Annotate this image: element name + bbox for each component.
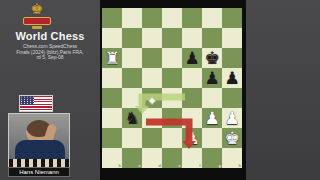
file-label-b: b xyxy=(119,164,121,168)
square-c7 xyxy=(122,28,142,48)
square-h1: h xyxy=(222,148,242,168)
square-b3 xyxy=(102,108,122,128)
square-d8 xyxy=(142,8,162,28)
black-pawn-f6: ♟ xyxy=(182,48,202,68)
black-pawn-h5: ♟ xyxy=(222,68,242,88)
square-c1: c xyxy=(122,148,142,168)
square-b2 xyxy=(102,128,122,148)
square-b4 xyxy=(102,88,122,108)
square-g1: g xyxy=(202,148,222,168)
white-player-name: Hans Niemann xyxy=(8,167,70,177)
white-pawn-g3: ♟ xyxy=(202,108,222,128)
square-e6 xyxy=(162,48,182,68)
square-h5: ♟ xyxy=(222,68,242,88)
file-label-f: f xyxy=(200,164,201,168)
square-c4 xyxy=(122,88,142,108)
square-g7 xyxy=(202,28,222,48)
chess-board: ♜♟♚♟♟♞♟♟♟♚bcdefgh xyxy=(102,8,242,168)
square-f4 xyxy=(182,88,202,108)
square-d3 xyxy=(142,108,162,128)
thumbnail: ♚ World Chess Chess.com SpeedChess Final… xyxy=(0,0,320,180)
file-label-d: d xyxy=(159,164,161,168)
square-g8 xyxy=(202,8,222,28)
square-d6 xyxy=(142,48,162,68)
square-g2 xyxy=(202,128,222,148)
hans-niemann-photo xyxy=(8,113,70,168)
square-b5 xyxy=(102,68,122,88)
square-d5 xyxy=(142,68,162,88)
square-e3 xyxy=(162,108,182,128)
square-e8 xyxy=(162,8,182,28)
square-e1: e xyxy=(162,148,182,168)
square-d2 xyxy=(142,128,162,148)
square-f2: ♟ xyxy=(182,128,202,148)
square-h6 xyxy=(222,48,242,68)
square-c2 xyxy=(122,128,142,148)
square-h7 xyxy=(222,28,242,48)
square-g6: ♚ xyxy=(202,48,222,68)
board-area: ♜♟♚♟♟♞♟♟♟♚bcdefgh ✦ xyxy=(100,0,246,180)
file-label-g: g xyxy=(219,164,221,168)
capture-sparkle-icon: ✦ xyxy=(145,95,159,109)
logo-base xyxy=(32,26,42,29)
square-f6: ♟ xyxy=(182,48,202,68)
black-knight-c3: ♞ xyxy=(122,108,142,128)
hans-chessboard-table xyxy=(9,159,69,167)
square-c8 xyxy=(122,8,142,28)
square-d1: d xyxy=(142,148,162,168)
us-flag-canton xyxy=(20,96,34,105)
square-c5 xyxy=(122,68,142,88)
black-king-g6: ♚ xyxy=(202,48,222,68)
square-f3 xyxy=(182,108,202,128)
square-e5 xyxy=(162,68,182,88)
file-label-c: c xyxy=(139,164,141,168)
square-c6 xyxy=(122,48,142,68)
square-b1: b xyxy=(102,148,122,168)
white-pawn-h3: ♟ xyxy=(222,108,242,128)
event-info: Chess.com SpeedChess Finals (2024) (blit… xyxy=(9,44,91,60)
right-panel: Magnus Carlsen Enjoyed the video? Like a… xyxy=(246,0,320,180)
square-h3: ♟ xyxy=(222,108,242,128)
square-f1: f xyxy=(182,148,202,168)
channel-title: World Chess xyxy=(0,30,100,42)
square-h4 xyxy=(222,88,242,108)
square-f5 xyxy=(182,68,202,88)
file-label-e: e xyxy=(179,164,181,168)
square-d7 xyxy=(142,28,162,48)
left-panel: ♚ World Chess Chess.com SpeedChess Final… xyxy=(0,0,100,180)
square-g4 xyxy=(202,88,222,108)
square-g3: ♟ xyxy=(202,108,222,128)
white-king-h2: ♚ xyxy=(222,128,242,148)
square-e7 xyxy=(162,28,182,48)
logo-king-icon: ♚ xyxy=(22,1,52,17)
us-flag xyxy=(19,95,53,112)
square-c3: ♞ xyxy=(122,108,142,128)
square-f8 xyxy=(182,8,202,28)
world-chess-logo: ♚ xyxy=(22,1,52,31)
square-h2: ♚ xyxy=(222,128,242,148)
square-g5: ♟ xyxy=(202,68,222,88)
black-pawn-g5: ♟ xyxy=(202,68,222,88)
square-h8 xyxy=(222,8,242,28)
square-b6: ♜ xyxy=(102,48,122,68)
square-b7 xyxy=(102,28,122,48)
white-pawn-f2: ♟ xyxy=(182,128,202,148)
square-b8 xyxy=(102,8,122,28)
white-rook-b6: ♜ xyxy=(102,48,122,68)
square-f7 xyxy=(182,28,202,48)
square-e2 xyxy=(162,128,182,148)
logo-ribbon xyxy=(23,17,51,25)
file-label-h: h xyxy=(239,164,241,168)
event-line-3: rd 5, Sep-08 xyxy=(9,55,91,60)
square-e4 xyxy=(162,88,182,108)
